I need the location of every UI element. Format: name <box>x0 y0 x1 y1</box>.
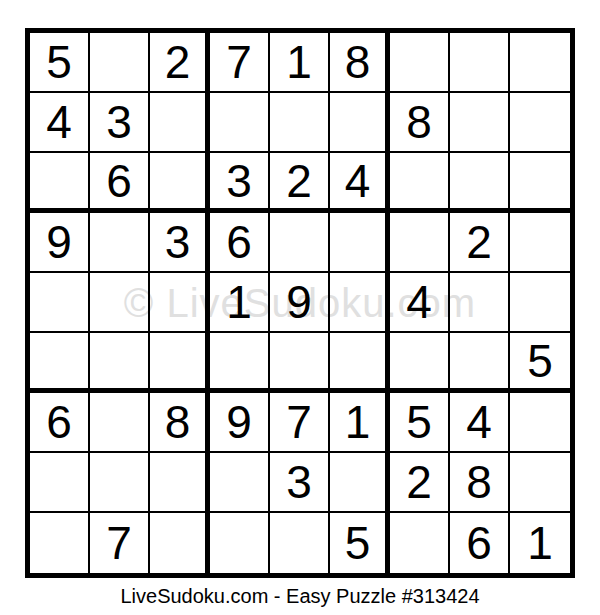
cell-r8c7[interactable]: 2 <box>390 453 450 513</box>
cell-r2c6[interactable] <box>330 93 390 153</box>
cell-r5c9[interactable] <box>510 273 570 333</box>
cell-r1c2[interactable] <box>90 33 150 93</box>
cell-r7c5[interactable]: 7 <box>270 393 330 453</box>
cell-r5c6[interactable] <box>330 273 390 333</box>
cell-r3c7[interactable] <box>390 153 450 213</box>
cell-r1c3[interactable]: 2 <box>150 33 210 93</box>
cell-r3c1[interactable] <box>30 153 90 213</box>
cell-r7c3[interactable]: 8 <box>150 393 210 453</box>
cell-r4c1[interactable]: 9 <box>30 213 90 273</box>
cell-r7c7[interactable]: 5 <box>390 393 450 453</box>
cell-r6c8[interactable] <box>450 333 510 393</box>
caption: LiveSudoku.com - Easy Puzzle #313424 <box>0 585 600 608</box>
cell-r1c7[interactable] <box>390 33 450 93</box>
cell-r4c8[interactable]: 2 <box>450 213 510 273</box>
cell-r9c2[interactable]: 7 <box>90 513 150 573</box>
cell-r7c8[interactable]: 4 <box>450 393 510 453</box>
cell-r2c7[interactable]: 8 <box>390 93 450 153</box>
cell-r4c9[interactable] <box>510 213 570 273</box>
cell-r3c9[interactable] <box>510 153 570 213</box>
cell-r6c4[interactable] <box>210 333 270 393</box>
cell-r5c8[interactable] <box>450 273 510 333</box>
cell-r6c6[interactable] <box>330 333 390 393</box>
cell-r3c5[interactable]: 2 <box>270 153 330 213</box>
cell-r3c4[interactable]: 3 <box>210 153 270 213</box>
sudoku-board: © LiveSudoku.com 52718438632493621945689… <box>25 28 575 578</box>
cell-r1c4[interactable]: 7 <box>210 33 270 93</box>
cell-r5c2[interactable] <box>90 273 150 333</box>
cell-r5c4[interactable]: 1 <box>210 273 270 333</box>
cell-r1c9[interactable] <box>510 33 570 93</box>
cell-r5c1[interactable] <box>30 273 90 333</box>
cell-r7c4[interactable]: 9 <box>210 393 270 453</box>
cell-r8c1[interactable] <box>30 453 90 513</box>
cell-r5c7[interactable]: 4 <box>390 273 450 333</box>
cell-r3c6[interactable]: 4 <box>330 153 390 213</box>
cell-r7c9[interactable] <box>510 393 570 453</box>
cell-r4c5[interactable] <box>270 213 330 273</box>
cell-r9c4[interactable] <box>210 513 270 573</box>
cell-r9c6[interactable]: 5 <box>330 513 390 573</box>
cell-r9c9[interactable]: 1 <box>510 513 570 573</box>
cell-r9c1[interactable] <box>30 513 90 573</box>
cell-r2c2[interactable]: 3 <box>90 93 150 153</box>
cell-r4c7[interactable] <box>390 213 450 273</box>
cell-r1c1[interactable]: 5 <box>30 33 90 93</box>
cell-r6c5[interactable] <box>270 333 330 393</box>
cell-r7c1[interactable]: 6 <box>30 393 90 453</box>
cell-r9c5[interactable] <box>270 513 330 573</box>
cell-r2c5[interactable] <box>270 93 330 153</box>
cell-r1c8[interactable] <box>450 33 510 93</box>
cell-r6c2[interactable] <box>90 333 150 393</box>
cell-r6c9[interactable]: 5 <box>510 333 570 393</box>
cell-r8c6[interactable] <box>330 453 390 513</box>
cell-r8c2[interactable] <box>90 453 150 513</box>
cell-r9c3[interactable] <box>150 513 210 573</box>
sudoku-grid: 5271843863249362194568971543287561 <box>30 33 570 573</box>
cell-r4c2[interactable] <box>90 213 150 273</box>
cell-r6c7[interactable] <box>390 333 450 393</box>
puzzle-page: © LiveSudoku.com 52718438632493621945689… <box>0 0 600 615</box>
cell-r2c3[interactable] <box>150 93 210 153</box>
cell-r8c3[interactable] <box>150 453 210 513</box>
cell-r8c5[interactable]: 3 <box>270 453 330 513</box>
cell-r2c1[interactable]: 4 <box>30 93 90 153</box>
cell-r4c3[interactable]: 3 <box>150 213 210 273</box>
cell-r5c3[interactable] <box>150 273 210 333</box>
cell-r2c8[interactable] <box>450 93 510 153</box>
cell-r8c8[interactable]: 8 <box>450 453 510 513</box>
cell-r2c4[interactable] <box>210 93 270 153</box>
cell-r4c4[interactable]: 6 <box>210 213 270 273</box>
cell-r3c8[interactable] <box>450 153 510 213</box>
cell-r7c2[interactable] <box>90 393 150 453</box>
cell-r9c7[interactable] <box>390 513 450 573</box>
cell-r4c6[interactable] <box>330 213 390 273</box>
cell-r9c8[interactable]: 6 <box>450 513 510 573</box>
cell-r3c2[interactable]: 6 <box>90 153 150 213</box>
cell-r2c9[interactable] <box>510 93 570 153</box>
cell-r1c5[interactable]: 1 <box>270 33 330 93</box>
cell-r5c5[interactable]: 9 <box>270 273 330 333</box>
cell-r7c6[interactable]: 1 <box>330 393 390 453</box>
cell-r1c6[interactable]: 8 <box>330 33 390 93</box>
cell-r3c3[interactable] <box>150 153 210 213</box>
cell-r6c1[interactable] <box>30 333 90 393</box>
cell-r8c9[interactable] <box>510 453 570 513</box>
cell-r8c4[interactable] <box>210 453 270 513</box>
cell-r6c3[interactable] <box>150 333 210 393</box>
